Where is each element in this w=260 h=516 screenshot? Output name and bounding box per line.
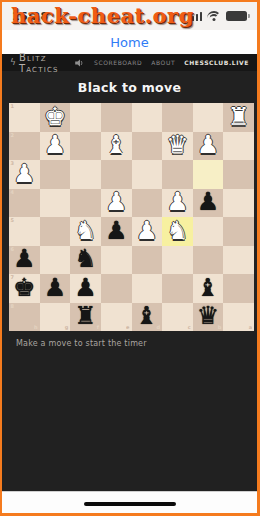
square-f4[interactable] [70, 189, 101, 218]
square-d7[interactable] [132, 274, 163, 303]
square-f6[interactable]: ♞ [70, 246, 101, 275]
piece-white-pawn: ♟ [13, 161, 35, 186]
side-to-move-heading: Black to move [2, 80, 257, 95]
page-title: Home [110, 35, 148, 50]
square-h3[interactable]: 3♟ [9, 160, 40, 189]
wifi-icon [207, 11, 221, 21]
square-c5[interactable]: ♞ [162, 217, 193, 246]
rank-label-2: 2 [11, 133, 14, 138]
piece-white-pawn: ♟ [136, 218, 158, 243]
square-a2[interactable] [223, 132, 254, 161]
square-h8[interactable]: 8h [9, 303, 40, 332]
square-e8[interactable]: e [101, 303, 132, 332]
square-c4[interactable]: ♟ [162, 189, 193, 218]
piece-white-pawn: ♟ [105, 189, 127, 214]
square-c7[interactable] [162, 274, 193, 303]
piece-black-pawn: ♟ [105, 218, 127, 243]
square-h7[interactable]: 7♚ [9, 274, 40, 303]
app-header: ϟ Blitz Tactics SCOREBOARD ABOUT CHESSCL… [2, 54, 257, 71]
file-label-h: h [34, 325, 38, 330]
piece-white-queen: ♛ [166, 132, 188, 157]
square-d5[interactable]: ♟ [132, 217, 163, 246]
piece-black-bishop: ♝ [197, 275, 219, 300]
square-e7[interactable] [101, 274, 132, 303]
timer-hint-text: Make a move to start the timer [16, 339, 257, 348]
rank-label-4: 4 [11, 190, 14, 195]
ios-bottom-bar [2, 491, 257, 513]
square-b6[interactable] [193, 246, 224, 275]
square-b4[interactable]: ♟ [193, 189, 224, 218]
signal-icon [188, 12, 203, 21]
brand-name: Blitz Tactics [19, 52, 75, 74]
square-f7[interactable]: ♟ [70, 274, 101, 303]
square-f1[interactable] [70, 103, 101, 132]
square-a6[interactable] [223, 246, 254, 275]
square-h4[interactable]: 4 [9, 189, 40, 218]
square-b2[interactable]: ♟ [193, 132, 224, 161]
square-g8[interactable]: g [40, 303, 71, 332]
square-c6[interactable] [162, 246, 193, 275]
square-e6[interactable] [101, 246, 132, 275]
header-menu: SCOREBOARD ABOUT CHESSCLUB.LIVE [75, 59, 249, 67]
menu-item-chessclub-live[interactable]: CHESSCLUB.LIVE [184, 59, 249, 66]
square-a3[interactable] [223, 160, 254, 189]
square-c1[interactable] [162, 103, 193, 132]
menu-item-scoreboard[interactable]: SCOREBOARD [94, 59, 142, 66]
square-g1[interactable]: ♚ [40, 103, 71, 132]
square-g7[interactable]: ♟ [40, 274, 71, 303]
status-bar: 16:28 [2, 2, 257, 30]
status-icons [188, 11, 248, 21]
square-f2[interactable] [70, 132, 101, 161]
square-d1[interactable] [132, 103, 163, 132]
square-g4[interactable] [40, 189, 71, 218]
piece-black-pawn: ♟ [74, 275, 96, 300]
piece-white-pawn: ♟ [166, 189, 188, 214]
square-g5[interactable] [40, 217, 71, 246]
piece-black-king: ♚ [13, 275, 35, 300]
piece-white-king: ♚ [44, 104, 66, 129]
square-d8[interactable]: d♝ [132, 303, 163, 332]
square-h5[interactable]: 5 [9, 217, 40, 246]
status-time: 16:28 [12, 10, 49, 23]
square-g3[interactable] [40, 160, 71, 189]
square-h6[interactable]: 6♟ [9, 246, 40, 275]
square-b7[interactable]: ♝ [193, 274, 224, 303]
home-indicator[interactable] [84, 502, 176, 506]
square-d4[interactable] [132, 189, 163, 218]
square-f8[interactable]: f♜ [70, 303, 101, 332]
square-e1[interactable] [101, 103, 132, 132]
square-e4[interactable]: ♟ [101, 189, 132, 218]
square-a8[interactable]: a [223, 303, 254, 332]
piece-white-pawn: ♟ [197, 132, 219, 157]
square-e3[interactable] [101, 160, 132, 189]
square-c8[interactable]: c [162, 303, 193, 332]
file-label-e: e [126, 325, 129, 330]
piece-black-rook: ♜ [74, 303, 96, 328]
file-label-f: f [97, 325, 99, 330]
file-label-c: c [188, 325, 191, 330]
rank-label-1: 1 [11, 104, 14, 109]
square-a5[interactable] [223, 217, 254, 246]
battery-icon [226, 11, 247, 21]
square-e2[interactable]: ♝ [101, 132, 132, 161]
square-d6[interactable] [132, 246, 163, 275]
speaker-icon[interactable] [75, 59, 85, 67]
piece-black-bishop: ♝ [136, 303, 158, 328]
square-h2[interactable]: 2 [9, 132, 40, 161]
piece-black-pawn: ♟ [197, 189, 219, 214]
square-b1[interactable] [193, 103, 224, 132]
file-label-a: a [249, 325, 252, 330]
piece-black-pawn: ♟ [44, 275, 66, 300]
rank-label-5: 5 [11, 218, 14, 223]
square-e5[interactable]: ♟ [101, 217, 132, 246]
square-a4[interactable] [223, 189, 254, 218]
piece-white-knight: ♞ [166, 218, 188, 243]
square-g2[interactable]: ♟ [40, 132, 71, 161]
rank-label-8: 8 [11, 304, 14, 309]
piece-white-bishop: ♝ [105, 132, 127, 157]
lightning-icon: ϟ [10, 58, 16, 67]
menu-item-about[interactable]: ABOUT [151, 59, 175, 66]
piece-black-queen: ♛ [197, 303, 219, 328]
square-f3[interactable] [70, 160, 101, 189]
file-label-g: g [65, 325, 69, 330]
square-a1[interactable]: ♜ [223, 103, 254, 132]
chess-board: 1♚♜2♟♝♛♟3♟4♟♟♟5♞♟♟♞6♟♞7♚♟♟♝8hgf♜ed♝cb♛a [9, 103, 254, 331]
square-a7[interactable] [223, 274, 254, 303]
piece-white-pawn: ♟ [44, 132, 66, 157]
browser-title-bar: Home [2, 30, 257, 54]
square-d2[interactable] [132, 132, 163, 161]
piece-black-knight: ♞ [74, 246, 96, 271]
brand-link[interactable]: ϟ Blitz Tactics [10, 52, 75, 74]
square-g6[interactable] [40, 246, 71, 275]
square-c3[interactable] [162, 160, 193, 189]
square-b8[interactable]: b♛ [193, 303, 224, 332]
piece-white-knight: ♞ [74, 218, 96, 243]
square-h1[interactable]: 1 [9, 103, 40, 132]
square-c2[interactable]: ♛ [162, 132, 193, 161]
square-b5[interactable] [193, 217, 224, 246]
square-f5[interactable]: ♞ [70, 217, 101, 246]
phone-screen: hack-cheat.org 16:28 Home ϟ Blitz Tactic… [0, 0, 260, 516]
piece-black-pawn: ♟ [13, 246, 35, 271]
square-b3[interactable] [193, 160, 224, 189]
piece-white-rook: ♜ [227, 104, 249, 129]
square-d3[interactable] [132, 160, 163, 189]
